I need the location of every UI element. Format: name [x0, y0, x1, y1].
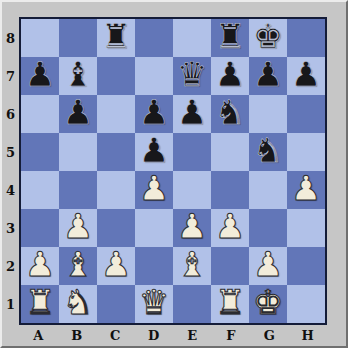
square-e4[interactable]: [173, 171, 211, 209]
black-knight: ♞: [253, 131, 283, 169]
square-c8[interactable]: ♜: [97, 19, 135, 57]
file-label-f: F: [212, 325, 251, 346]
square-f5[interactable]: [211, 133, 249, 171]
square-d8[interactable]: [135, 19, 173, 57]
rank-label-4: 4: [2, 171, 19, 209]
square-c3[interactable]: [97, 209, 135, 247]
white-pawn: ♟: [291, 169, 321, 207]
square-c7[interactable]: [97, 57, 135, 95]
square-g8[interactable]: ♚: [249, 19, 287, 57]
black-rook: ♜: [215, 17, 245, 55]
white-bishop: ♝: [177, 245, 207, 283]
square-b2[interactable]: ♝: [59, 247, 97, 285]
square-d4[interactable]: ♟: [135, 171, 173, 209]
black-pawn: ♟: [291, 55, 321, 93]
square-a5[interactable]: [21, 133, 59, 171]
rank-label-3: 3: [2, 209, 19, 247]
square-e5[interactable]: [173, 133, 211, 171]
white-pawn: ♟: [63, 207, 93, 245]
file-label-a: A: [19, 325, 58, 346]
rank-label-2: 2: [2, 247, 19, 285]
square-h1[interactable]: [287, 285, 325, 323]
rank-label-8: 8: [2, 19, 19, 57]
square-d7[interactable]: [135, 57, 173, 95]
square-g3[interactable]: [249, 209, 287, 247]
black-bishop: ♝: [63, 55, 93, 93]
square-c1[interactable]: [97, 285, 135, 323]
black-queen: ♛: [177, 55, 207, 93]
square-d2[interactable]: [135, 247, 173, 285]
file-label-c: C: [96, 325, 135, 346]
black-pawn: ♟: [139, 131, 169, 169]
rank-label-1: 1: [2, 285, 19, 323]
square-a2[interactable]: ♟: [21, 247, 59, 285]
black-pawn: ♟: [215, 55, 245, 93]
square-b4[interactable]: [59, 171, 97, 209]
black-pawn: ♟: [177, 93, 207, 131]
square-g5[interactable]: ♞: [249, 133, 287, 171]
white-pawn: ♟: [101, 245, 131, 283]
white-pawn: ♟: [215, 207, 245, 245]
square-h3[interactable]: [287, 209, 325, 247]
square-g4[interactable]: [249, 171, 287, 209]
square-a6[interactable]: [21, 95, 59, 133]
file-label-e: E: [173, 325, 212, 346]
square-c4[interactable]: [97, 171, 135, 209]
square-b8[interactable]: [59, 19, 97, 57]
white-rook: ♜: [25, 283, 55, 321]
square-f1[interactable]: ♜: [211, 285, 249, 323]
board-frame: 87654321 ♜♜♚♟♝♛♟♟♟♟♟♟♞♟♞♟♟♟♟♟♟♝♟♝♟♜♞♛♜♚ …: [0, 0, 348, 348]
white-pawn: ♟: [25, 245, 55, 283]
square-g7[interactable]: ♟: [249, 57, 287, 95]
black-pawn: ♟: [139, 93, 169, 131]
white-pawn: ♟: [253, 245, 283, 283]
file-label-d: D: [135, 325, 174, 346]
square-b1[interactable]: ♞: [59, 285, 97, 323]
square-f7[interactable]: ♟: [211, 57, 249, 95]
square-a3[interactable]: [21, 209, 59, 247]
square-b7[interactable]: ♝: [59, 57, 97, 95]
square-e6[interactable]: ♟: [173, 95, 211, 133]
white-rook: ♜: [215, 283, 245, 321]
square-h4[interactable]: ♟: [287, 171, 325, 209]
white-pawn: ♟: [177, 207, 207, 245]
square-b6[interactable]: ♟: [59, 95, 97, 133]
white-pawn: ♟: [139, 169, 169, 207]
chess-board: ♜♜♚♟♝♛♟♟♟♟♟♟♞♟♞♟♟♟♟♟♟♝♟♝♟♜♞♛♜♚: [19, 17, 327, 325]
square-e1[interactable]: [173, 285, 211, 323]
white-king: ♚: [253, 283, 283, 321]
square-h2[interactable]: [287, 247, 325, 285]
square-f8[interactable]: ♜: [211, 19, 249, 57]
square-a7[interactable]: ♟: [21, 57, 59, 95]
square-e2[interactable]: ♝: [173, 247, 211, 285]
square-f4[interactable]: [211, 171, 249, 209]
white-knight: ♞: [63, 283, 93, 321]
square-e7[interactable]: ♛: [173, 57, 211, 95]
square-g1[interactable]: ♚: [249, 285, 287, 323]
square-h5[interactable]: [287, 133, 325, 171]
square-a1[interactable]: ♜: [21, 285, 59, 323]
square-c6[interactable]: [97, 95, 135, 133]
rank-label-6: 6: [2, 95, 19, 133]
file-labels: ABCDEFGH: [19, 325, 327, 346]
black-king: ♚: [253, 17, 283, 55]
black-knight: ♞: [215, 93, 245, 131]
square-e8[interactable]: [173, 19, 211, 57]
square-g6[interactable]: [249, 95, 287, 133]
square-c2[interactable]: ♟: [97, 247, 135, 285]
square-d1[interactable]: ♛: [135, 285, 173, 323]
black-pawn: ♟: [253, 55, 283, 93]
rank-label-7: 7: [2, 57, 19, 95]
file-label-h: H: [289, 325, 328, 346]
square-b5[interactable]: [59, 133, 97, 171]
square-f3[interactable]: ♟: [211, 209, 249, 247]
square-f6[interactable]: ♞: [211, 95, 249, 133]
square-b3[interactable]: ♟: [59, 209, 97, 247]
square-d5[interactable]: ♟: [135, 133, 173, 171]
black-rook: ♜: [101, 17, 131, 55]
white-queen: ♛: [139, 283, 169, 321]
square-h7[interactable]: ♟: [287, 57, 325, 95]
square-g2[interactable]: ♟: [249, 247, 287, 285]
square-h8[interactable]: [287, 19, 325, 57]
square-c5[interactable]: [97, 133, 135, 171]
black-pawn: ♟: [63, 93, 93, 131]
square-a8[interactable]: [21, 19, 59, 57]
rank-labels: 87654321: [2, 19, 19, 323]
square-h6[interactable]: [287, 95, 325, 133]
black-pawn: ♟: [25, 55, 55, 93]
file-label-g: G: [250, 325, 289, 346]
square-d6[interactable]: ♟: [135, 95, 173, 133]
rank-label-5: 5: [2, 133, 19, 171]
white-bishop: ♝: [63, 245, 93, 283]
file-label-b: B: [58, 325, 97, 346]
square-f2[interactable]: [211, 247, 249, 285]
square-a4[interactable]: [21, 171, 59, 209]
square-d3[interactable]: [135, 209, 173, 247]
square-e3[interactable]: ♟: [173, 209, 211, 247]
